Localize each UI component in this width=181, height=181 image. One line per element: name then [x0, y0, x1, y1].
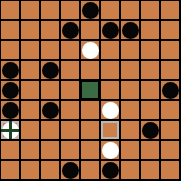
board-cell[interactable] — [61, 81, 81, 101]
board-cell[interactable] — [141, 101, 161, 121]
board-cell[interactable] — [61, 61, 81, 81]
board-cell[interactable] — [101, 61, 121, 81]
board-cell[interactable] — [1, 101, 21, 121]
black-stone[interactable] — [2, 82, 19, 99]
board-cell[interactable] — [101, 141, 121, 161]
board-cell[interactable] — [41, 61, 61, 81]
black-stone[interactable] — [82, 2, 99, 19]
board-cell[interactable] — [121, 141, 141, 161]
board-cell[interactable] — [1, 21, 21, 41]
board-cell[interactable] — [121, 1, 141, 21]
highlighted-cell[interactable] — [101, 121, 121, 141]
board-cell[interactable] — [141, 81, 161, 101]
board-cell[interactable] — [61, 1, 81, 21]
black-stone[interactable] — [122, 22, 139, 39]
board-cell[interactable] — [121, 61, 141, 81]
board-cell[interactable] — [141, 61, 161, 81]
board-cell[interactable] — [161, 101, 181, 121]
black-stone[interactable] — [62, 162, 79, 179]
board-cell[interactable] — [1, 41, 21, 61]
board-cell[interactable] — [81, 61, 101, 81]
king-cross-icon — [9, 121, 12, 139]
board-cell[interactable] — [41, 1, 61, 21]
black-stone[interactable] — [102, 162, 119, 179]
board-cell[interactable] — [101, 41, 121, 61]
board-cell[interactable] — [1, 81, 21, 101]
board-cell[interactable] — [21, 141, 41, 161]
board-cell[interactable] — [101, 81, 121, 101]
black-stone[interactable] — [2, 102, 19, 119]
board-cell[interactable] — [41, 21, 61, 41]
black-stone[interactable] — [42, 102, 59, 119]
board-cell[interactable] — [161, 1, 181, 21]
board-cell[interactable] — [1, 121, 21, 141]
board-cell[interactable] — [1, 141, 21, 161]
board-cell[interactable] — [141, 141, 161, 161]
black-stone[interactable] — [162, 82, 179, 99]
board-cell[interactable] — [161, 41, 181, 61]
black-stone[interactable] — [2, 62, 19, 79]
board-cell[interactable] — [141, 21, 161, 41]
board-cell[interactable] — [41, 81, 61, 101]
board-cell[interactable] — [41, 101, 61, 121]
black-stone[interactable] — [102, 22, 119, 39]
board-cell[interactable] — [121, 81, 141, 101]
board-cell[interactable] — [41, 41, 61, 61]
board-cell[interactable] — [41, 161, 61, 181]
board-cell[interactable] — [161, 61, 181, 81]
board-cell[interactable] — [1, 61, 21, 81]
board-cell[interactable] — [21, 1, 41, 21]
black-stone[interactable] — [42, 62, 59, 79]
board-cell[interactable] — [121, 41, 141, 61]
board-cell[interactable] — [21, 41, 41, 61]
board-cell[interactable] — [141, 41, 161, 61]
board-cell[interactable] — [21, 121, 41, 141]
board-cell[interactable] — [141, 161, 161, 181]
board-cell[interactable] — [61, 141, 81, 161]
board-cell[interactable] — [41, 121, 61, 141]
board-cell[interactable] — [61, 41, 81, 61]
white-stone[interactable] — [102, 102, 119, 119]
board-cell[interactable] — [81, 101, 101, 121]
white-stone[interactable] — [102, 142, 119, 159]
board-cell[interactable] — [161, 161, 181, 181]
board-cell[interactable] — [141, 1, 161, 21]
board-cell[interactable] — [21, 81, 41, 101]
board-cell[interactable] — [41, 141, 61, 161]
board-cell[interactable] — [161, 141, 181, 161]
board-cell[interactable] — [1, 161, 21, 181]
board-cell[interactable] — [61, 161, 81, 181]
board-cell[interactable] — [21, 161, 41, 181]
board-cell[interactable] — [21, 61, 41, 81]
board-cell[interactable] — [81, 161, 101, 181]
game-board — [0, 0, 181, 181]
white-stone[interactable] — [82, 42, 99, 59]
board-cell[interactable] — [81, 41, 101, 61]
board-cell[interactable] — [161, 21, 181, 41]
board-cell[interactable] — [121, 121, 141, 141]
board-cell[interactable] — [101, 1, 121, 21]
board-cell[interactable] — [61, 101, 81, 121]
board-cell[interactable] — [101, 161, 121, 181]
board-cell[interactable] — [101, 21, 121, 41]
board-cell[interactable] — [21, 101, 41, 121]
board-cell[interactable] — [1, 1, 21, 21]
board-cell[interactable] — [81, 21, 101, 41]
board-cell[interactable] — [141, 121, 161, 141]
board-cell[interactable] — [81, 121, 101, 141]
board-cell[interactable] — [161, 81, 181, 101]
board-cell[interactable] — [101, 101, 121, 121]
board-cell[interactable] — [61, 121, 81, 141]
board-cell[interactable] — [121, 21, 141, 41]
board-cell[interactable] — [121, 101, 141, 121]
board-cell[interactable] — [121, 161, 141, 181]
board-cell[interactable] — [21, 21, 41, 41]
black-stone[interactable] — [62, 22, 79, 39]
throne-cell[interactable] — [81, 81, 101, 101]
board-cell[interactable] — [161, 121, 181, 141]
black-stone[interactable] — [142, 122, 159, 139]
board-cell[interactable] — [81, 141, 101, 161]
board-cell[interactable] — [81, 1, 101, 21]
board-cell[interactable] — [61, 21, 81, 41]
